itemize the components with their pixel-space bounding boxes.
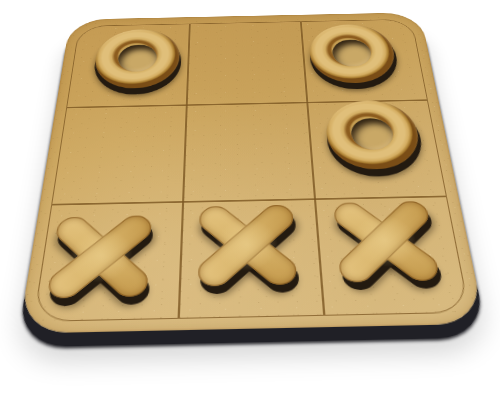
cell-r1c1[interactable] bbox=[66, 24, 190, 108]
piece-x-face bbox=[196, 203, 300, 289]
cell-r2c1[interactable] bbox=[51, 105, 187, 205]
piece-x[interactable] bbox=[44, 214, 154, 301]
cell-r3c2[interactable] bbox=[179, 199, 325, 319]
board-face bbox=[18, 12, 485, 333]
cell-r1c3[interactable] bbox=[301, 19, 428, 103]
product-photo-scene bbox=[0, 0, 500, 407]
board-rotation-wrap bbox=[0, 0, 500, 407]
piece-x-face bbox=[44, 214, 154, 301]
tictactoe-board bbox=[18, 12, 485, 333]
piece-x[interactable] bbox=[196, 203, 300, 289]
cell-r2c2[interactable] bbox=[183, 103, 315, 202]
piece-x-face bbox=[331, 199, 442, 284]
piece-o[interactable] bbox=[92, 29, 181, 90]
piece-o[interactable] bbox=[307, 24, 398, 84]
cell-r3c1[interactable] bbox=[33, 202, 183, 322]
piece-x[interactable] bbox=[331, 199, 442, 284]
board-cells bbox=[33, 19, 470, 322]
cell-r1c2[interactable] bbox=[187, 21, 308, 105]
piece-o[interactable] bbox=[324, 100, 424, 170]
cell-r2c3[interactable] bbox=[307, 100, 447, 199]
cell-r3c3[interactable] bbox=[315, 196, 470, 315]
